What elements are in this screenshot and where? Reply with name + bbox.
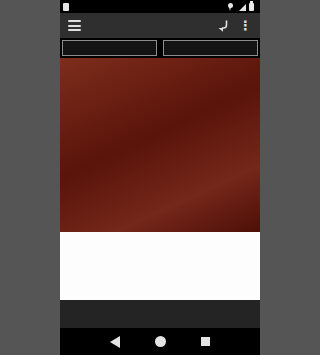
android-nav-bar [60, 328, 260, 355]
board-grid [70, 61, 238, 229]
status-bar-left [63, 3, 69, 11]
game-toolbar [60, 300, 260, 328]
chess-board [60, 58, 260, 232]
undo-move-icon[interactable] [216, 19, 230, 33]
black-clock [163, 40, 258, 56]
white-clock [62, 40, 157, 56]
recents-button[interactable] [201, 337, 210, 346]
signal-4g-icon [237, 2, 246, 11]
notification-icon [63, 3, 69, 11]
location-icon [228, 3, 234, 11]
status-bar-right [228, 2, 257, 11]
back-button[interactable] [110, 336, 120, 348]
clock-strip [60, 38, 260, 58]
move-list-panel [60, 232, 260, 300]
overflow-menu-icon[interactable]: ⋮ [239, 19, 252, 32]
app-bar-actions: ⋮ [216, 19, 252, 33]
status-bar [60, 0, 260, 13]
battery-icon [249, 3, 254, 11]
home-button[interactable] [155, 336, 166, 347]
app-bar: ⋮ [60, 13, 260, 38]
move-list [60, 232, 260, 236]
app-screen: ⋮ [60, 0, 260, 355]
menu-icon[interactable] [68, 20, 81, 31]
